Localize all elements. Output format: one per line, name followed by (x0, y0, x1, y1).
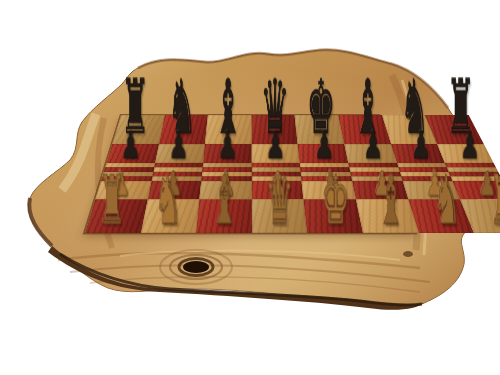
wood-knot (183, 261, 209, 273)
product-photo: ♜♞♝♛♚♝♞♜♟♟♟♟♟♟♟♟♟♟♟♟♟♟♟♟♜♞♝♛♚♝♞♜ (0, 0, 500, 375)
white-knight[interactable]: ♞ (154, 167, 182, 235)
black-pawn[interactable]: ♟ (411, 126, 431, 164)
black-pawn[interactable]: ♟ (363, 126, 383, 164)
white-rook[interactable]: ♜ (489, 167, 500, 235)
chess-board: ♜♞♝♛♚♝♞♜♟♟♟♟♟♟♟♟♟♟♟♟♟♟♟♟♜♞♝♛♚♝♞♜ (85, 115, 415, 233)
white-bishop[interactable]: ♝ (210, 167, 238, 235)
white-king[interactable]: ♚ (321, 167, 349, 235)
black-pawn[interactable]: ♟ (169, 126, 189, 164)
square-e7[interactable]: ♟ (298, 144, 348, 163)
square-c1[interactable]: ♝ (196, 199, 252, 233)
white-rook[interactable]: ♜ (98, 167, 126, 235)
black-pawn[interactable]: ♟ (217, 126, 237, 164)
white-queen[interactable]: ♛ (266, 167, 294, 235)
square-f7[interactable]: ♟ (344, 144, 396, 163)
black-pawn[interactable]: ♟ (314, 126, 334, 164)
black-pawn[interactable]: ♟ (266, 126, 286, 164)
square-g7[interactable]: ♟ (391, 144, 445, 163)
chess-board-scene: ♜♞♝♛♚♝♞♜♟♟♟♟♟♟♟♟♟♟♟♟♟♟♟♟♜♞♝♛♚♝♞♜ (85, 96, 415, 233)
white-knight[interactable]: ♞ (433, 167, 461, 235)
square-b1[interactable]: ♞ (141, 199, 200, 233)
square-c7[interactable]: ♟ (203, 144, 251, 163)
black-pawn[interactable]: ♟ (120, 126, 140, 164)
small-knot (403, 251, 413, 257)
square-h7[interactable]: ♟ (437, 144, 493, 163)
black-pawn[interactable]: ♟ (460, 126, 480, 164)
white-bishop[interactable]: ♝ (377, 167, 405, 235)
square-b7[interactable]: ♟ (155, 144, 205, 163)
square-e1[interactable]: ♚ (304, 199, 363, 233)
square-a7[interactable]: ♟ (106, 144, 158, 163)
square-a1[interactable]: ♜ (85, 199, 147, 233)
square-d1[interactable]: ♛ (252, 199, 308, 233)
square-d7[interactable]: ♟ (251, 144, 299, 163)
